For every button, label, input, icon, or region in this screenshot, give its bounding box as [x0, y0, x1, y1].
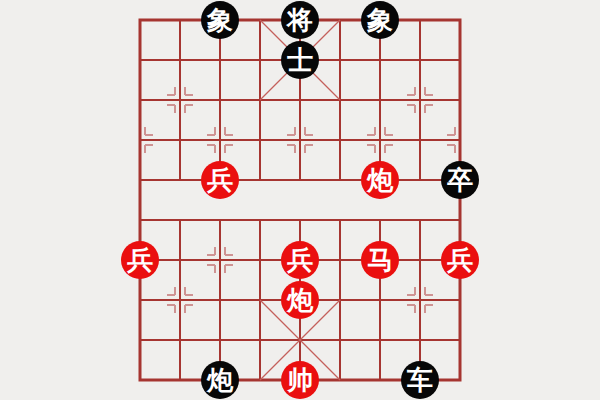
piece-red-pawn-3[interactable]: 兵 [281, 241, 319, 279]
piece-red-horse[interactable]: 马 [361, 241, 399, 279]
piece-black-elephant-1[interactable]: 象 [201, 1, 239, 39]
xiangqi-app: 象将象士兵炮卒兵兵马兵炮炮帅车 [0, 0, 600, 400]
piece-black-elephant-2[interactable]: 象 [361, 1, 399, 39]
piece-black-pawn[interactable]: 卒 [441, 161, 479, 199]
piece-red-pawn-1[interactable]: 兵 [201, 161, 239, 199]
pieces-layer: 象将象士兵炮卒兵兵马兵炮炮帅车 [120, 0, 480, 400]
piece-black-advisor[interactable]: 士 [281, 41, 319, 79]
piece-red-pawn-2[interactable]: 兵 [121, 241, 159, 279]
piece-black-cannon[interactable]: 炮 [201, 361, 239, 399]
piece-black-chariot[interactable]: 车 [401, 361, 439, 399]
piece-red-pawn-4[interactable]: 兵 [441, 241, 479, 279]
piece-red-general[interactable]: 帅 [281, 361, 319, 399]
piece-black-general[interactable]: 将 [281, 1, 319, 39]
piece-red-cannon-2[interactable]: 炮 [281, 281, 319, 319]
piece-red-cannon-1[interactable]: 炮 [361, 161, 399, 199]
